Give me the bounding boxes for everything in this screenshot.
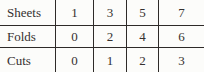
cell-folds-c4: 6 [158,25,204,47]
cell-cuts-c1: 0 [55,47,93,72]
row-label-folds: Folds [0,25,55,47]
cell-cuts-c3: 2 [126,47,158,72]
cell-folds-c2: 2 [93,25,126,47]
row-label-cuts: Cuts [0,47,55,72]
pattern-table: Sheets 1 3 5 7 Folds 0 2 4 6 Cuts 0 1 2 … [0,0,204,72]
cell-folds-c3: 4 [126,25,158,47]
row-label-sheets: Sheets [0,0,55,25]
cell-sheets-c2: 3 [93,0,126,25]
cell-sheets-c1: 1 [55,0,93,25]
cell-cuts-c4: 3 [158,47,204,72]
scanned-table-canvas: Sheets 1 3 5 7 Folds 0 2 4 6 Cuts 0 1 2 … [0,0,204,72]
cell-cuts-c2: 1 [93,47,126,72]
cell-sheets-c4: 7 [158,0,204,25]
cell-folds-c1: 0 [55,25,93,47]
cell-sheets-c3: 5 [126,0,158,25]
